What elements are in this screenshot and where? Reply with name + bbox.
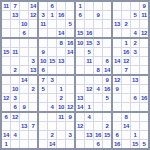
cell-r13c1[interactable]: 6 [2,113,10,121]
cell-r2c3[interactable] [20,11,28,19]
cell-r11c11[interactable] [94,94,102,102]
cell-r3c7[interactable] [57,20,65,28]
cell-r6c1[interactable]: 15 [2,48,10,56]
cell-r13c5[interactable] [39,113,47,121]
given-digit: 16 [114,140,120,148]
cell-r4c12[interactable] [103,29,111,37]
cell-r5c2[interactable] [11,39,19,47]
cell-r12c16[interactable] [140,103,148,111]
cell-r14c15[interactable] [131,122,139,130]
cell-r14c5[interactable] [39,122,47,130]
cell-r10c4[interactable]: 2 [29,85,37,93]
cell-r5c13[interactable] [113,39,121,47]
cell-r11c7[interactable]: 2 [57,94,65,102]
cell-r6c8[interactable]: 14 [66,48,74,56]
cell-r16c9[interactable] [76,140,84,148]
cell-r2c10[interactable] [85,11,93,19]
cell-r14c1[interactable] [2,122,10,130]
cell-r10c3[interactable] [20,85,28,93]
cell-r12c12[interactable] [103,103,111,111]
cell-r15c6[interactable]: 2 [48,131,56,139]
cell-r15c11[interactable]: 16 [94,131,102,139]
cell-r2c6[interactable]: 1 [48,11,56,19]
given-digit: 11 [12,48,18,56]
cell-r15c1[interactable]: 14 [2,131,10,139]
cell-r4c8[interactable] [66,29,74,37]
cell-r10c12[interactable]: 16 [103,85,111,93]
given-digit: 16 [58,11,64,19]
cell-r5c7[interactable]: 8 [57,39,65,47]
cell-r13c11[interactable] [94,113,102,121]
cell-r15c7[interactable] [57,131,65,139]
cell-r15c8[interactable]: 3 [66,131,74,139]
given-digit: 8 [97,66,100,74]
cell-r14c8[interactable] [66,122,74,130]
cell-r8c14[interactable]: 7 [122,66,130,74]
cell-r11c1[interactable]: 12 [2,94,10,102]
cell-r8c7[interactable] [57,66,65,74]
cell-r13c16[interactable] [140,113,148,121]
cell-r10c14[interactable] [122,85,130,93]
cell-r13c3[interactable] [20,113,28,121]
cell-r3c4[interactable] [29,20,37,28]
given-digit: 12 [114,76,120,84]
cell-r11c13[interactable] [113,94,121,102]
given-digit: 3 [97,39,100,47]
cell-r16c11[interactable]: 6 [94,140,102,148]
cell-r6c11[interactable] [94,48,102,56]
cell-r8c6[interactable] [48,66,56,74]
cell-r13c2[interactable]: 12 [11,113,19,121]
cell-r10c10[interactable]: 12 [85,85,93,93]
cell-r12c2[interactable]: 6 [11,103,19,111]
cell-r16c13[interactable]: 16 [113,140,121,148]
cell-r12c13[interactable] [113,103,121,111]
given-digit: 2 [134,39,137,47]
cell-r3c12[interactable] [103,20,111,28]
cell-r2c8[interactable] [66,11,74,19]
cell-r14c10[interactable] [85,122,93,130]
cell-r13c15[interactable] [131,113,139,121]
cell-r10c2[interactable]: 10 [11,85,19,93]
cell-r7c3[interactable] [20,57,28,65]
cell-r11c14[interactable] [122,94,130,102]
cell-r16c6[interactable]: 14 [48,140,56,148]
given-digit: 12 [3,94,9,102]
given-digit: 12 [123,57,129,65]
cell-r1c12[interactable] [103,2,111,10]
cell-r1c9[interactable]: 1 [76,2,84,10]
cell-r10c5[interactable]: 5 [39,85,47,93]
cell-r12c4[interactable] [29,103,37,111]
cell-r10c1[interactable] [2,85,10,93]
cell-r15c4[interactable] [29,131,37,139]
cell-r11c2[interactable]: 3 [11,94,19,102]
cell-r4c16[interactable]: 12 [140,29,148,37]
cell-r9c15[interactable]: 13 [131,76,139,84]
given-digit: 6 [14,103,17,111]
cell-r14c7[interactable] [57,122,65,130]
cell-r4c14[interactable] [122,29,130,37]
given-digit: 12 [77,122,83,130]
cell-r12c15[interactable] [131,103,139,111]
cell-r14c2[interactable] [11,122,19,130]
cell-r3c11[interactable] [94,20,102,28]
cell-r14c12[interactable]: 2 [103,122,111,130]
cell-r7c6[interactable]: 15 [48,57,56,65]
cell-r2c16[interactable]: 11 [140,11,148,19]
cell-r14c6[interactable] [48,122,56,130]
cell-r11c10[interactable] [85,94,93,102]
cell-r4c3[interactable]: 6 [20,29,28,37]
cell-r5c5[interactable] [39,39,47,47]
given-digit: 12 [67,103,73,111]
cell-r9c9[interactable] [76,76,84,84]
cell-r6c12[interactable] [103,48,111,56]
cell-r1c13[interactable] [113,2,121,10]
cell-r2c2[interactable]: 13 [11,11,19,19]
cell-r8c11[interactable]: 8 [94,66,102,74]
cell-r10c15[interactable] [131,85,139,93]
cell-r5c15[interactable]: 2 [131,39,139,47]
given-digit: 13 [132,76,138,84]
cell-r12c14[interactable] [122,103,130,111]
cell-r10c7[interactable]: 1 [57,85,65,93]
cell-r8c8[interactable] [66,66,74,74]
cell-r1c2[interactable]: 7 [11,2,19,10]
cell-r3c8[interactable]: 5 [66,20,74,28]
given-digit: 1 [88,103,91,111]
cell-r9c3[interactable]: 14 [20,76,28,84]
cell-r13c10[interactable]: 4 [85,113,93,121]
cell-r14c16[interactable] [140,122,148,130]
cell-r16c4[interactable] [29,140,37,148]
cell-r6c13[interactable] [113,48,121,56]
cell-r13c8[interactable]: 9 [66,113,74,121]
cell-r3c14[interactable]: 2 [122,20,130,28]
cell-r11c8[interactable] [66,94,74,102]
cell-r3c6[interactable] [48,20,56,28]
cell-r11c9[interactable]: 13 [76,94,84,102]
cell-r14c4[interactable]: 7 [29,122,37,130]
cell-r3c16[interactable] [140,20,148,28]
cell-r11c15[interactable]: 6 [131,94,139,102]
given-digit: 10 [77,39,83,47]
given-digit: 6 [42,66,45,74]
cell-r8c3[interactable] [20,66,28,74]
cell-r4c11[interactable] [94,29,102,37]
cell-r12c6[interactable]: 4 [48,103,56,111]
cell-r13c9[interactable] [76,113,84,121]
cell-r6c16[interactable] [140,48,148,56]
cell-r1c10[interactable] [85,2,93,10]
given-digit: 9 [143,2,146,10]
cell-r7c5[interactable]: 10 [39,57,47,65]
cell-r5c12[interactable] [103,39,111,47]
cell-r15c2[interactable]: 4 [11,131,19,139]
cell-r11c16[interactable]: 16 [140,94,148,102]
cell-r2c5[interactable]: 3 [39,11,47,19]
cell-r16c12[interactable] [103,140,111,148]
given-digit: 1 [134,131,137,139]
cell-r6c7[interactable] [57,48,65,56]
cell-r15c16[interactable] [140,131,148,139]
given-digit: 2 [60,94,63,102]
cell-r2c11[interactable]: 9 [94,11,102,19]
cell-r9c1[interactable] [2,76,10,84]
cell-r15c5[interactable] [39,131,47,139]
cell-r1c8[interactable] [66,2,74,10]
cell-r4c10[interactable]: 16 [85,29,93,37]
cell-r7c11[interactable] [94,57,102,65]
cell-r9c10[interactable] [85,76,93,84]
cell-r5c8[interactable]: 16 [66,39,74,47]
cell-r6c9[interactable] [76,48,84,56]
cell-r10c11[interactable]: 4 [94,85,102,93]
cell-r1c14[interactable] [122,2,130,10]
cell-r8c15[interactable] [131,66,139,74]
cell-r7c14[interactable]: 12 [122,57,130,65]
cell-r4c2[interactable] [11,29,19,37]
given-digit: 6 [5,113,8,121]
cell-r10c8[interactable] [66,85,74,93]
cell-r1c6[interactable]: 6 [48,2,56,10]
given-digit: 10 [58,103,64,111]
cell-r12c11[interactable] [94,103,102,111]
cell-r16c7[interactable] [57,140,65,148]
cell-r6c10[interactable]: 5 [85,48,93,56]
cell-r9c5[interactable]: 7 [39,76,47,84]
cell-r16c1[interactable]: 1 [2,140,10,148]
given-digit: 14 [77,103,83,111]
given-digit: 8 [60,39,63,47]
given-digit: 13 [30,66,36,74]
cell-r15c3[interactable] [20,131,28,139]
cell-r4c13[interactable] [113,29,121,37]
cell-r3c3[interactable]: 10 [20,20,28,28]
given-digit: 3 [32,57,35,65]
cell-r1c5[interactable] [39,2,47,10]
given-digit: 14 [58,29,64,37]
given-digit: 10 [40,57,46,65]
cell-r11c4[interactable] [29,94,37,102]
cell-r2c15[interactable]: 5 [131,11,139,19]
cell-r8c16[interactable] [140,66,148,74]
cell-r6c14[interactable]: 16 [122,48,130,56]
given-digit: 14 [104,66,110,74]
cell-r10c13[interactable]: 9 [113,85,121,93]
cell-r16c5[interactable] [39,140,47,148]
cell-r7c15[interactable] [131,57,139,65]
cell-r1c3[interactable] [20,2,28,10]
cell-r15c12[interactable]: 15 [103,131,111,139]
cell-r10c9[interactable] [76,85,84,93]
cell-r4c9[interactable]: 15 [76,29,84,37]
given-digit: 11 [40,20,46,28]
cell-r10c16[interactable] [140,85,148,93]
cell-r1c1[interactable]: 11 [2,2,10,10]
cell-r6c3[interactable] [20,48,28,56]
given-digit: 11 [141,11,147,19]
cell-r2c9[interactable]: 6 [76,11,84,19]
cell-r13c6[interactable] [48,113,56,121]
cell-r6c2[interactable]: 11 [11,48,19,56]
cell-r2c13[interactable] [113,11,121,19]
cell-r6c6[interactable] [48,48,56,56]
given-digit: 14 [123,122,129,130]
cell-r1c15[interactable] [131,2,139,10]
cell-r5c16[interactable] [140,39,148,47]
cell-r11c3[interactable] [20,94,28,102]
given-digit: 11 [86,57,92,65]
cell-r8c5[interactable]: 6 [39,66,47,74]
cell-r8c10[interactable] [85,66,93,74]
cell-r10c6[interactable] [48,85,56,93]
cell-r9c12[interactable]: 9 [103,76,111,84]
cell-r8c2[interactable]: 2 [11,66,19,74]
sudoku-board: 1171461913123116695111011513261415164128… [0,0,150,150]
cell-r12c10[interactable]: 1 [85,103,93,111]
cell-r9c14[interactable] [122,76,130,84]
cell-r13c14[interactable]: 8 [122,113,130,121]
cell-r3c13[interactable]: 13 [113,20,121,28]
cell-r5c9[interactable]: 10 [76,39,84,47]
cell-r5c10[interactable]: 15 [85,39,93,47]
cell-r13c4[interactable] [29,113,37,121]
cell-r1c7[interactable] [57,2,65,10]
cell-r12c5[interactable] [39,103,47,111]
cell-r8c9[interactable] [76,66,84,74]
cell-r16c10[interactable] [85,140,93,148]
cell-r14c14[interactable]: 14 [122,122,130,130]
cell-r13c12[interactable] [103,113,111,121]
given-digit: 3 [14,94,17,102]
cell-r4c4[interactable] [29,29,37,37]
cell-r7c4[interactable]: 3 [29,57,37,65]
cell-r12c1[interactable] [2,103,10,111]
cell-r15c10[interactable]: 13 [85,131,93,139]
cell-r13c7[interactable]: 11 [57,113,65,121]
cell-r7c8[interactable] [66,57,74,65]
cell-r1c4[interactable]: 14 [29,2,37,10]
given-digit: 16 [123,48,129,56]
cell-r9c2[interactable] [11,76,19,84]
cell-r5c11[interactable]: 3 [94,39,102,47]
cell-r3c1[interactable] [2,20,10,28]
cell-r6c4[interactable] [29,48,37,56]
given-digit: 13 [12,11,18,19]
cell-r1c11[interactable] [94,2,102,10]
cell-r5c4[interactable] [29,39,37,47]
cell-r9c16[interactable] [140,76,148,84]
cell-r3c10[interactable] [85,20,93,28]
cell-r4c6[interactable] [48,29,56,37]
cell-r15c13[interactable]: 6 [113,131,121,139]
given-digit: 4 [51,103,54,111]
cell-r12c9[interactable]: 14 [76,103,84,111]
cell-r8c4[interactable]: 13 [29,66,37,74]
given-digit: 16 [67,39,73,47]
cell-r7c1[interactable] [2,57,10,65]
cell-r7c2[interactable] [11,57,19,65]
cell-r5c1[interactable] [2,39,10,47]
cell-r2c4[interactable]: 12 [29,11,37,19]
cell-r7c10[interactable]: 11 [85,57,93,65]
cell-r2c14[interactable] [122,11,130,19]
cell-r7c12[interactable]: 6 [103,57,111,65]
cell-r6c15[interactable]: 3 [131,48,139,56]
cell-r9c11[interactable] [94,76,102,84]
cell-r16c14[interactable] [122,140,130,148]
cell-r5c6[interactable] [48,39,56,47]
cell-r7c16[interactable] [140,57,148,65]
cell-r8c12[interactable]: 14 [103,66,111,74]
cell-r15c9[interactable] [76,131,84,139]
given-digit: 6 [106,57,109,65]
cell-r12c8[interactable]: 12 [66,103,74,111]
cell-r2c12[interactable] [103,11,111,19]
cell-r9c8[interactable] [66,76,74,84]
given-digit: 3 [42,11,45,19]
cell-r7c13[interactable]: 14 [113,57,121,65]
cell-r11c6[interactable] [48,94,56,102]
cell-r3c15[interactable] [131,20,139,28]
cell-r16c15[interactable]: 15 [131,140,139,148]
cell-r15c14[interactable] [122,131,130,139]
cell-r3c9[interactable] [76,20,84,28]
cell-r15c15[interactable]: 1 [131,131,139,139]
cell-r3c5[interactable]: 11 [39,20,47,28]
cell-r9c4[interactable] [29,76,37,84]
given-digit: 15 [132,140,138,148]
cell-r6c5[interactable]: 9 [39,48,47,56]
cell-r14c11[interactable] [94,122,102,130]
cell-r5c14[interactable]: 1 [122,39,130,47]
cell-r9c13[interactable]: 12 [113,76,121,84]
cell-r5c3[interactable] [20,39,28,47]
cell-r4c1[interactable] [2,29,10,37]
cell-r14c3[interactable]: 13 [20,122,28,130]
cell-r11c12[interactable]: 5 [103,94,111,102]
cell-r1c16[interactable]: 9 [140,2,148,10]
cell-r13c13[interactable] [113,113,121,121]
cell-r2c1[interactable] [2,11,10,19]
cell-r7c9[interactable] [76,57,84,65]
cell-r7c7[interactable]: 13 [57,57,65,65]
cell-r2c7[interactable]: 16 [57,11,65,19]
cell-r16c3[interactable] [20,140,28,148]
cell-r4c15[interactable]: 4 [131,29,139,37]
cell-r16c16[interactable]: 5 [140,140,148,148]
given-digit: 3 [51,76,54,84]
cell-r8c13[interactable] [113,66,121,74]
cell-r14c13[interactable] [113,122,121,130]
cell-r9c6[interactable]: 3 [48,76,56,84]
cell-r9c7[interactable] [57,76,65,84]
cell-r14c9[interactable]: 12 [76,122,84,130]
cell-r12c3[interactable]: 9 [20,103,28,111]
cell-r12c7[interactable]: 10 [57,103,65,111]
given-digit: 15 [77,29,83,37]
cell-r8c1[interactable] [2,66,10,74]
cell-r16c2[interactable] [11,140,19,148]
given-digit: 1 [51,11,54,19]
cell-r4c7[interactable]: 14 [57,29,65,37]
cell-r3c2[interactable] [11,20,19,28]
cell-r11c5[interactable] [39,94,47,102]
cell-r4c5[interactable] [39,29,47,37]
cell-r16c8[interactable] [66,140,74,148]
